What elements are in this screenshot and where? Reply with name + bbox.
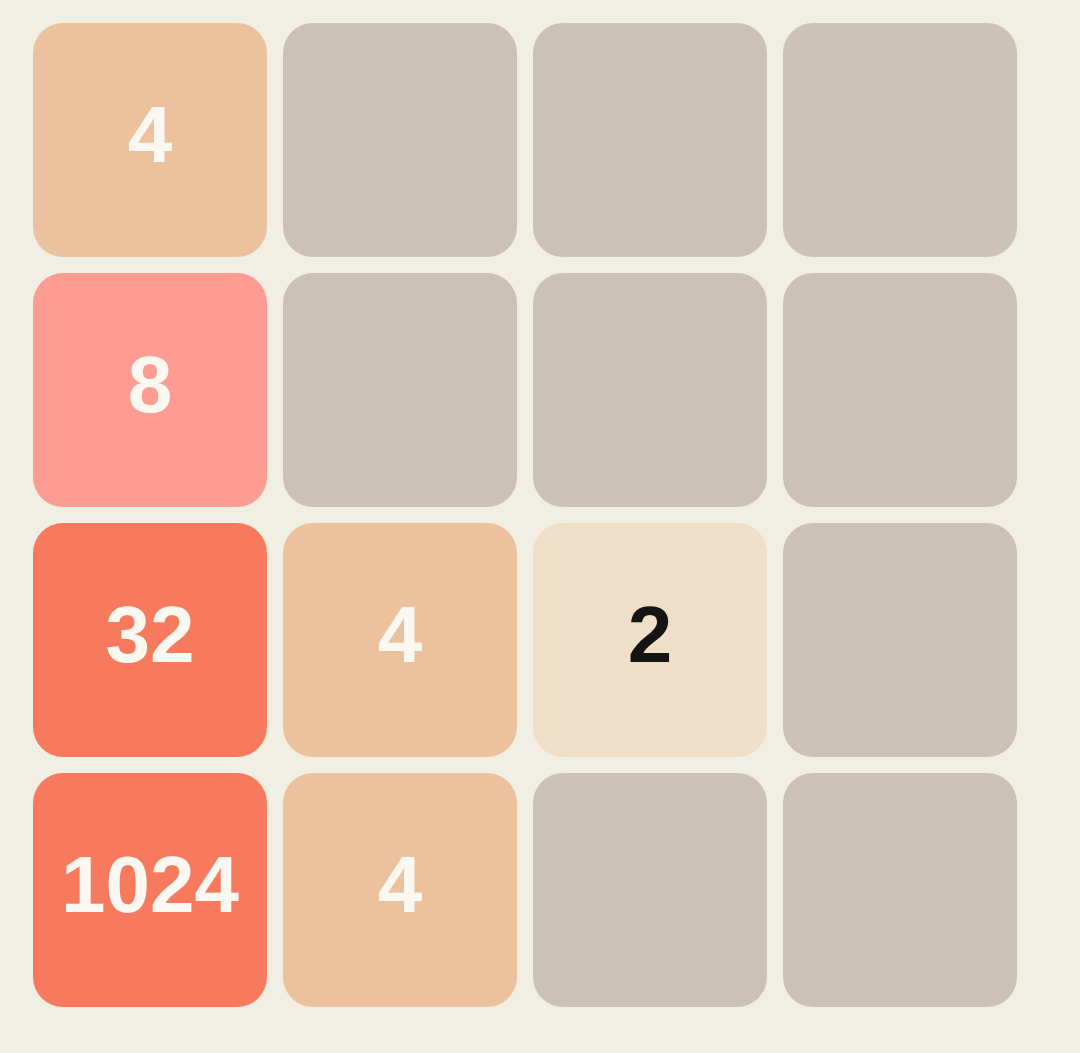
empty-cell-r1c3 [533,23,767,257]
empty-cell-r2c2 [283,273,517,507]
empty-cell-r1c4 [783,23,1017,257]
tile-32-r3c1: 32 [33,523,267,757]
tile-2-r3c3: 2 [533,523,767,757]
tile-value: 4 [128,95,173,175]
tile-1024-r4c1: 1024 [33,773,267,1007]
empty-cell-r3c4 [783,523,1017,757]
empty-cell-r4c3 [533,773,767,1007]
tile-value: 8 [128,345,173,425]
tile-value: 1024 [61,845,239,925]
tile-value: 4 [378,595,423,675]
empty-cell-r2c3 [533,273,767,507]
tile-4-r3c2: 4 [283,523,517,757]
tile-value: 32 [106,595,195,675]
tile-8-r2c1: 8 [33,273,267,507]
tile-4-r4c2: 4 [283,773,517,1007]
board-2048-grid[interactable]: 48324210244 [33,23,1017,1007]
empty-cell-r2c4 [783,273,1017,507]
tile-4-r1c1: 4 [33,23,267,257]
game-screen: 48324210244 [0,0,1080,1053]
empty-cell-r1c2 [283,23,517,257]
tile-value: 4 [378,845,423,925]
empty-cell-r4c4 [783,773,1017,1007]
tile-value: 2 [628,595,673,675]
